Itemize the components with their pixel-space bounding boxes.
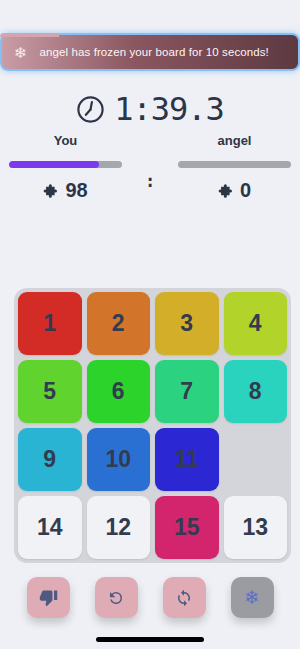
player-opponent-name: angel: [218, 133, 252, 148]
sync-icon: [175, 589, 193, 607]
freeze-button[interactable]: ❄: [231, 577, 274, 618]
player-you-progress-track: [9, 161, 122, 168]
player-opponent: angel 0: [178, 133, 291, 202]
player-you-progress-fill: [9, 161, 99, 168]
player-you-name: You: [54, 133, 78, 148]
tile-12[interactable]: 12: [87, 496, 151, 559]
tile-13[interactable]: 13: [224, 496, 288, 559]
toast-message: angel has frozen your board for 10 secon…: [40, 46, 269, 58]
player-you-pieces: 98: [65, 179, 87, 202]
thumbs-down-icon: [39, 588, 58, 607]
tile-9[interactable]: 9: [18, 428, 82, 491]
tile-14[interactable]: 14: [18, 496, 82, 559]
redo-button[interactable]: [95, 577, 138, 618]
freeze-toast: ❄ angel has frozen your board for 10 sec…: [0, 33, 300, 71]
score-separator: :: [122, 173, 178, 190]
tile-10[interactable]: 10: [87, 428, 151, 491]
timer-value: 1:39.3: [114, 90, 224, 128]
score-section: You 98 : angel 0: [0, 133, 300, 202]
tile-3[interactable]: 3: [155, 292, 219, 355]
player-you: You 98: [9, 133, 122, 202]
puzzle-piece-icon: [218, 183, 234, 199]
clock-icon: [76, 95, 105, 124]
player-opponent-pieces: 0: [240, 179, 251, 202]
thumbs-down-button[interactable]: [27, 577, 70, 618]
tile-1[interactable]: 1: [18, 292, 82, 355]
tile-15[interactable]: 15: [155, 496, 219, 559]
timer: 1:39.3: [0, 90, 300, 128]
tile-2[interactable]: 2: [87, 292, 151, 355]
tile-6[interactable]: 6: [87, 360, 151, 423]
tile-11[interactable]: 11: [155, 428, 219, 491]
snowflake-icon: ❄: [14, 45, 27, 60]
controls-bar: ❄: [0, 577, 300, 618]
redo-icon: [107, 589, 125, 607]
puzzle-piece-icon: [43, 183, 59, 199]
player-opponent-progress-track: [178, 161, 291, 168]
sync-button[interactable]: [163, 577, 206, 618]
empty-cell: [224, 428, 288, 491]
tile-4[interactable]: 4: [224, 292, 288, 355]
toast-progress-bar: [0, 33, 59, 37]
puzzle-board: 123456789101114121513: [14, 288, 291, 563]
freeze-snowflake-icon: ❄: [244, 588, 260, 607]
tile-5[interactable]: 5: [18, 360, 82, 423]
tile-7[interactable]: 7: [155, 360, 219, 423]
home-indicator: [96, 637, 204, 642]
tile-8[interactable]: 8: [224, 360, 288, 423]
